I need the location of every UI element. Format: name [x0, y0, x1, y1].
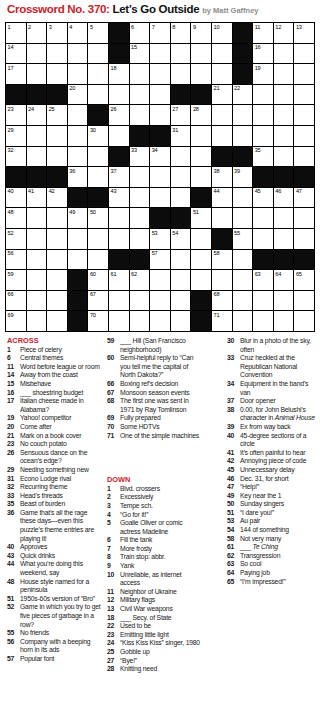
clue-number: 66	[107, 380, 120, 389]
cell-number: 70	[90, 312, 96, 318]
grid-block-cell	[27, 85, 47, 105]
clue-item: 22Used to be	[107, 622, 201, 631]
cell-number: 23	[8, 106, 14, 112]
grid-cell[interactable]: 22	[233, 85, 253, 105]
cell-number: 16	[255, 44, 261, 50]
cell-number: 53	[152, 230, 158, 236]
grid-cell[interactable]	[47, 64, 67, 84]
grid-cell[interactable]	[191, 229, 211, 249]
grid-cell[interactable]: 52	[6, 229, 26, 249]
grid-cell[interactable]	[150, 85, 170, 105]
cell-number: 19	[255, 65, 261, 71]
grid-cell[interactable]: 51	[191, 208, 211, 228]
grid-cell[interactable]: 23	[6, 105, 26, 125]
grid-cell[interactable]: 20	[68, 85, 88, 105]
grid-cell[interactable]	[171, 311, 191, 331]
grid-cell[interactable]	[294, 208, 314, 228]
grid-cell[interactable]	[253, 85, 273, 105]
clue-number: 16	[7, 389, 20, 398]
clue-item: 44What you’re doing this weekend, say	[7, 560, 104, 577]
clue-number: 41	[227, 449, 240, 458]
grid-cell[interactable]	[27, 208, 47, 228]
clue-number: 27	[107, 657, 120, 666]
clue-number: 11	[107, 588, 120, 597]
grid-cell[interactable]	[294, 105, 314, 125]
clue-number: 36	[7, 509, 20, 518]
grid-cell[interactable]: 6	[130, 23, 150, 43]
clue-number: 18	[107, 614, 120, 623]
grid-cell[interactable]	[171, 147, 191, 167]
grid-cell[interactable]	[212, 105, 232, 125]
clue-number: 14	[7, 371, 20, 380]
clue-number: 32	[7, 483, 20, 492]
cell-number: 60	[90, 271, 96, 277]
grid-cell[interactable]	[233, 105, 253, 125]
cell-number: 34	[152, 147, 158, 153]
grid-cell[interactable]	[191, 147, 211, 167]
grid-cell[interactable]	[253, 105, 273, 125]
clue-number: 6	[107, 536, 120, 545]
clue-number: 5	[107, 519, 120, 528]
grid-cell[interactable]	[191, 44, 211, 64]
grid-cell[interactable]	[47, 270, 67, 290]
grid-cell[interactable]	[212, 64, 232, 84]
clue-item: 50Sunday singers	[227, 500, 318, 509]
cell-number: 36	[69, 168, 75, 174]
grid-block-cell	[233, 147, 253, 167]
grid-cell[interactable]: 60	[88, 270, 108, 290]
clue-item: 57Popular font	[7, 655, 104, 664]
clue-item: 28Knitting need	[107, 665, 201, 674]
grid-cell[interactable]: 16	[253, 44, 273, 64]
grid-cell[interactable]	[109, 126, 129, 146]
grid-cell[interactable]	[191, 250, 211, 270]
clue-item: 12Military flags	[107, 596, 201, 605]
grid-cell[interactable]	[130, 208, 150, 228]
grid-cell[interactable]	[27, 291, 47, 311]
grid-cell[interactable]: 10	[212, 23, 232, 43]
grid-cell[interactable]	[274, 64, 294, 84]
grid-cell[interactable]: 56	[6, 250, 26, 270]
clue-number: 20	[7, 423, 20, 432]
grid-cell[interactable]	[212, 208, 232, 228]
grid-cell[interactable]	[253, 291, 273, 311]
grid-block-cell	[171, 85, 191, 105]
grid-cell[interactable]: 3	[47, 23, 67, 43]
clue-item: 71One of the simple machines	[107, 432, 201, 441]
clue-item: 3Tempe sch.	[107, 502, 201, 511]
clue-column-3: 30Blur in a photo of the sky, often33Cru…	[227, 337, 318, 586]
grid-cell[interactable]	[294, 311, 314, 331]
grid-cell[interactable]	[88, 85, 108, 105]
grid-cell[interactable]	[212, 270, 232, 290]
grid-cell[interactable]: 70	[88, 311, 108, 331]
grid-cell[interactable]: 27	[171, 105, 191, 125]
clue-item: 1Piece of celery	[7, 346, 104, 355]
grid-cell[interactable]	[150, 105, 170, 125]
grid-cell[interactable]	[274, 291, 294, 311]
grid-cell[interactable]	[47, 311, 67, 331]
grid-cell[interactable]	[274, 44, 294, 64]
cell-number: 50	[90, 209, 96, 215]
grid-cell[interactable]	[109, 85, 129, 105]
grid-cell[interactable]	[27, 250, 47, 270]
grid-cell[interactable]	[27, 311, 47, 331]
cell-number: 57	[152, 250, 158, 256]
grid-cell[interactable]: 32	[6, 147, 26, 167]
grid-cell[interactable]	[68, 147, 88, 167]
grid-block-cell	[47, 167, 67, 187]
grid-cell[interactable]	[294, 147, 314, 167]
clue-number: 3	[107, 502, 120, 511]
grid-cell[interactable]: 63	[253, 270, 273, 290]
cell-number: 8	[172, 24, 175, 30]
cell-number: 26	[111, 106, 117, 112]
grid-cell[interactable]: 43	[109, 188, 129, 208]
grid-cell[interactable]	[27, 64, 47, 84]
clue-section: DOWN1Blvd. crossers2Excessively3Tempe sc…	[107, 476, 201, 674]
grid-cell[interactable]	[68, 250, 88, 270]
cell-number: 2	[28, 24, 31, 30]
grid-cell[interactable]	[27, 44, 47, 64]
grid-cell[interactable]	[68, 126, 88, 146]
grid-cell[interactable]	[68, 105, 88, 125]
cell-number: 51	[193, 209, 199, 215]
grid-block-cell	[191, 291, 211, 311]
grid-block-cell	[88, 105, 108, 125]
clue-item: 51“I dare you!”	[227, 509, 318, 518]
grid-cell[interactable]	[27, 270, 47, 290]
grid-cell[interactable]	[212, 126, 232, 146]
grid-cell[interactable]	[109, 291, 129, 311]
grid-cell[interactable]	[150, 44, 170, 64]
clue-item: 69Fully prepared	[107, 414, 201, 423]
grid-cell[interactable]: 49	[68, 208, 88, 228]
grid-cell[interactable]	[130, 311, 150, 331]
grid-cell[interactable]	[47, 208, 67, 228]
cell-number: 24	[28, 106, 34, 112]
cell-number: 22	[234, 85, 240, 91]
grid-cell[interactable]	[130, 229, 150, 249]
grid-cell[interactable]	[27, 229, 47, 249]
clue-item: 5Goalie Oliver or comic actress Madeline	[107, 519, 201, 536]
grid-cell[interactable]	[150, 64, 170, 84]
grid-cell[interactable]	[47, 147, 67, 167]
grid-cell[interactable]: 30	[88, 126, 108, 146]
grid-cell[interactable]: 50	[88, 208, 108, 228]
grid-block-cell	[150, 208, 170, 228]
grid-block-cell	[233, 23, 253, 43]
grid-cell[interactable]	[88, 167, 108, 187]
clue-item: 52Game in which you try to get five piec…	[7, 603, 104, 629]
grid-cell[interactable]: 14	[6, 44, 26, 64]
grid-cell[interactable]	[109, 208, 129, 228]
clue-number: 49	[227, 492, 240, 501]
grid-cell[interactable]	[68, 64, 88, 84]
grid-cell[interactable]	[294, 291, 314, 311]
grid-cell[interactable]: 35	[253, 147, 273, 167]
grid-cell[interactable]	[233, 291, 253, 311]
grid-cell[interactable]	[109, 311, 129, 331]
grid-cell[interactable]	[27, 147, 47, 167]
grid-cell[interactable]	[130, 188, 150, 208]
cell-number: 27	[172, 106, 178, 112]
clue-item: 17Italian cheese made in Alabama?	[7, 397, 104, 414]
grid-cell[interactable]	[47, 126, 67, 146]
grid-cell[interactable]	[150, 291, 170, 311]
grid-cell[interactable]	[294, 64, 314, 84]
grid-cell[interactable]: 61	[109, 270, 129, 290]
grid-cell[interactable]: 41	[27, 188, 47, 208]
grid-cell[interactable]	[274, 229, 294, 249]
cell-number: 39	[234, 168, 240, 174]
clue-number: 22	[107, 622, 120, 631]
clue-item: 61___ Te Ching	[227, 543, 318, 552]
grid-cell[interactable]	[233, 270, 253, 290]
grid-cell[interactable]: 4	[68, 23, 88, 43]
grid-cell[interactable]: 55	[233, 229, 253, 249]
cell-number: 62	[131, 271, 137, 277]
grid-cell[interactable]: 37	[109, 167, 129, 187]
grid-cell[interactable]: 57	[150, 250, 170, 270]
grid-cell[interactable]	[253, 126, 273, 146]
grid-block-cell	[253, 167, 273, 187]
grid-cell[interactable]: 12	[274, 23, 294, 43]
clue-number: 7	[107, 545, 120, 554]
grid-cell[interactable]: 66	[6, 291, 26, 311]
clue-item: 62Transgression	[227, 552, 318, 561]
across-heading: ACROSS	[7, 337, 104, 346]
grid-cell[interactable]	[191, 64, 211, 84]
cell-number: 25	[49, 106, 55, 112]
grid-cell[interactable]: 26	[109, 105, 129, 125]
cell-number: 20	[69, 85, 75, 91]
grid-cell[interactable]	[150, 270, 170, 290]
grid-cell[interactable]: 47	[294, 188, 314, 208]
grid-cell[interactable]	[88, 229, 108, 249]
grid-cell[interactable]	[191, 167, 211, 187]
grid-cell[interactable]	[88, 44, 108, 64]
grid-cell[interactable]	[171, 64, 191, 84]
grid-cell[interactable]: 25	[47, 105, 67, 125]
grid-block-cell	[68, 291, 88, 311]
grid-cell[interactable]: 44	[212, 188, 232, 208]
grid-cell[interactable]: 2	[27, 23, 47, 43]
clue-number: 52	[7, 603, 20, 612]
puzzle-byline: by Matt Gaffney	[202, 6, 258, 15]
grid-cell[interactable]	[212, 44, 232, 64]
grid-cell[interactable]: 21	[212, 85, 232, 105]
grid-cell[interactable]	[130, 85, 150, 105]
grid-cell[interactable]	[274, 311, 294, 331]
grid-cell[interactable]	[233, 188, 253, 208]
grid-cell[interactable]	[130, 167, 150, 187]
grid-cell[interactable]: 13	[294, 23, 314, 43]
grid-cell[interactable]: 53	[150, 229, 170, 249]
grid-cell[interactable]	[233, 208, 253, 228]
clue-item: 20Come after	[7, 423, 104, 432]
cell-number: 68	[214, 291, 220, 297]
cell-number: 54	[172, 230, 178, 236]
clue-item: 25Gobble up	[107, 648, 201, 657]
clue-item: 60Semi-helpful reply to “Can you tell me…	[107, 354, 201, 380]
grid-block-cell	[253, 250, 273, 270]
grid-cell[interactable]	[88, 64, 108, 84]
grid-cell[interactable]: 24	[27, 105, 47, 125]
grid-cell[interactable]	[191, 126, 211, 146]
grid-cell[interactable]	[130, 64, 150, 84]
grid-cell[interactable]: 31	[171, 126, 191, 146]
grid-cell[interactable]: 1	[6, 23, 26, 43]
grid-cell[interactable]	[68, 229, 88, 249]
grid-cell[interactable]	[274, 85, 294, 105]
cell-number: 28	[193, 106, 199, 112]
grid-cell[interactable]: 59	[6, 270, 26, 290]
clue-item: 380.00, for John Belushi’s character in …	[227, 406, 318, 423]
grid-cell[interactable]	[150, 188, 170, 208]
grid-cell[interactable]: 28	[191, 105, 211, 125]
grid-cell[interactable]: 67	[88, 291, 108, 311]
grid-cell[interactable]: 58	[212, 250, 232, 270]
grid-cell[interactable]	[274, 208, 294, 228]
cell-number: 66	[8, 291, 14, 297]
grid-cell[interactable]	[274, 105, 294, 125]
grid-cell[interactable]	[233, 311, 253, 331]
clue-number: 39	[227, 423, 240, 432]
grid-cell[interactable]	[274, 126, 294, 146]
grid-cell[interactable]	[150, 311, 170, 331]
grid-cell[interactable]: 8	[171, 23, 191, 43]
grid-cell[interactable]	[294, 85, 314, 105]
grid-cell[interactable]	[171, 291, 191, 311]
clue-number: 35	[7, 500, 20, 509]
grid-block-cell	[68, 311, 88, 331]
clue-item: 68The first one was sent in 1971 by Ray …	[107, 397, 201, 414]
cell-number: 61	[111, 271, 117, 277]
grid-cell[interactable]: 64	[274, 270, 294, 290]
grid-block-cell	[294, 167, 314, 187]
clue-item: 27“Bye!”	[107, 657, 201, 666]
grid-cell[interactable]: 71	[212, 311, 232, 331]
grid-cell[interactable]	[294, 44, 314, 64]
grid-cell[interactable]: 19	[253, 64, 273, 84]
grid-cell[interactable]: 7	[150, 23, 170, 43]
grid-cell[interactable]: 11	[253, 23, 273, 43]
cell-number: 67	[90, 291, 96, 297]
grid-block-cell	[109, 147, 129, 167]
grid-block-cell	[6, 85, 26, 105]
grid-cell[interactable]	[109, 229, 129, 249]
clue-item: 23Emitting little light	[107, 631, 201, 640]
grid-block-cell	[191, 85, 211, 105]
clue-item: 58Not very many	[227, 535, 318, 544]
grid-cell[interactable]	[274, 147, 294, 167]
grid-cell[interactable]: 38	[212, 167, 232, 187]
clue-item: 16___ shoestring budget	[7, 389, 104, 398]
clue-number: 31	[7, 475, 20, 484]
grid-cell[interactable]: 36	[68, 167, 88, 187]
grid-cell[interactable]	[68, 44, 88, 64]
grid-cell[interactable]	[88, 250, 108, 270]
grid-cell[interactable]	[191, 270, 211, 290]
grid-cell[interactable]	[171, 167, 191, 187]
clue-item: 11Neighbor of Ukraine	[107, 588, 201, 597]
grid-cell[interactable]	[233, 250, 253, 270]
grid-cell[interactable]: 42	[47, 188, 67, 208]
grid-cell[interactable]	[253, 208, 273, 228]
grid-cell[interactable]: 68	[212, 291, 232, 311]
grid-block-cell	[88, 188, 108, 208]
grid-cell[interactable]: 34	[150, 147, 170, 167]
clue-item: 8Train stop: abbr.	[107, 553, 201, 562]
clue-number: 9	[107, 562, 120, 571]
puzzle-name: Let’s Go Outside	[113, 3, 200, 15]
grid-cell[interactable]: 9	[191, 23, 211, 43]
clue-item: 66Boxing ref’s decision	[107, 380, 201, 389]
grid-cell[interactable]: 48	[6, 208, 26, 228]
grid-cell[interactable]	[150, 167, 170, 187]
grid-cell[interactable]	[253, 229, 273, 249]
grid-cell[interactable]: 17	[6, 64, 26, 84]
grid-cell[interactable]: 5	[88, 23, 108, 43]
clue-number: 17	[7, 397, 20, 406]
grid-cell[interactable]: 65	[294, 270, 314, 290]
grid-cell[interactable]: 15	[130, 44, 150, 64]
clue-item: 48House style named for a peninsula	[7, 578, 104, 595]
clue-item: 33Cruz heckled at the Republican Nationa…	[227, 354, 318, 380]
grid-cell[interactable]: 39	[233, 167, 253, 187]
grid-cell[interactable]: 33	[130, 147, 150, 167]
grid-cell[interactable]: 40	[6, 188, 26, 208]
grid-cell[interactable]	[294, 229, 314, 249]
cell-number: 5	[90, 24, 93, 30]
cell-number: 55	[234, 230, 240, 236]
grid-cell[interactable]	[47, 250, 67, 270]
grid-cell[interactable]	[47, 44, 67, 64]
grid-cell[interactable]	[171, 250, 191, 270]
grid-cell[interactable]: 45	[253, 188, 273, 208]
cell-number: 6	[131, 24, 134, 30]
cell-number: 63	[255, 271, 261, 277]
clue-number: 34	[227, 380, 240, 389]
grid-cell[interactable]	[294, 126, 314, 146]
grid-cell[interactable]	[233, 126, 253, 146]
clue-number: 24	[107, 639, 120, 648]
clue-number: 42	[227, 457, 240, 466]
grid-cell[interactable]	[47, 229, 67, 249]
grid-cell[interactable]	[171, 44, 191, 64]
grid-cell[interactable]: 54	[171, 229, 191, 249]
grid-cell[interactable]	[171, 270, 191, 290]
grid-cell[interactable]	[253, 311, 273, 331]
grid-block-cell	[130, 126, 150, 146]
grid-cell[interactable]: 18	[109, 64, 129, 84]
grid-cell[interactable]: 46	[274, 188, 294, 208]
grid-cell[interactable]: 69	[6, 311, 26, 331]
grid-cell[interactable]	[27, 126, 47, 146]
grid-cell[interactable]: 62	[130, 270, 150, 290]
grid-cell[interactable]: 29	[6, 126, 26, 146]
grid-cell[interactable]	[171, 188, 191, 208]
grid-cell[interactable]	[47, 291, 67, 311]
clue-number: 45	[227, 466, 240, 475]
grid-cell[interactable]	[130, 105, 150, 125]
cell-number: 38	[214, 168, 220, 174]
grid-cell[interactable]	[88, 147, 108, 167]
clue-item: 34Equipment in the band’s van	[227, 380, 318, 397]
grid-cell[interactable]	[130, 291, 150, 311]
clue-number: 51	[7, 595, 20, 604]
